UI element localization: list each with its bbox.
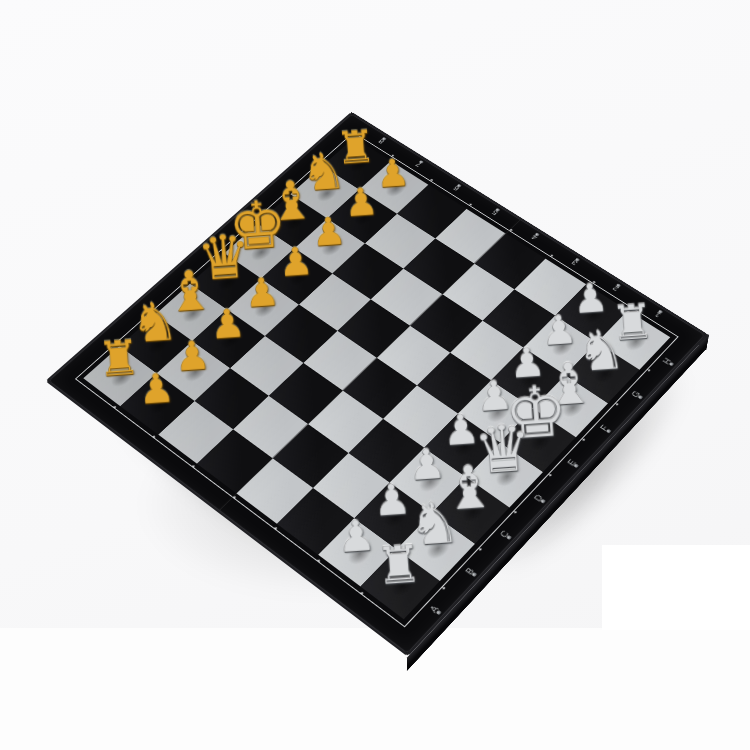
- product-photo: ♜♞♝♛♚♝♞♜♟♟♟♟♟♟♟♟♟♟♟♟♟♟♟♟♜♞♝♛♚♝♞♜ ABCDEFG…: [0, 0, 750, 750]
- file-label-c: C: [499, 530, 511, 540]
- frame-rivet: [638, 395, 643, 399]
- file-label-h: H: [662, 357, 673, 366]
- boundary-line-dot: [441, 586, 446, 590]
- boundary-line-dot: [429, 178, 433, 181]
- boundary-line-dot: [614, 403, 618, 407]
- boundary-line-dot: [316, 559, 321, 563]
- file-label-f: F: [599, 424, 610, 433]
- boundary-line-dot: [646, 368, 650, 371]
- boundary-line-dot: [359, 592, 364, 596]
- file-label-d: D: [533, 493, 545, 503]
- boundary-line-dot: [151, 435, 155, 439]
- frame-rivet: [541, 499, 546, 503]
- boundary-line-dot: [477, 547, 482, 551]
- boundary-line-dot: [273, 527, 277, 531]
- file-label-b: B: [464, 567, 476, 577]
- file-label-e: E: [566, 458, 577, 467]
- boundary-line-dot: [112, 406, 116, 410]
- boundary-line-dot: [581, 438, 585, 442]
- boundary-line-dot: [513, 510, 517, 514]
- camera-tilt: ♜♞♝♛♚♝♞♜♟♟♟♟♟♟♟♟♟♟♟♟♟♟♟♟♜♞♝♛♚♝♞♜ ABCDEFG…: [0, 0, 750, 750]
- boundary-line-dot: [468, 203, 472, 206]
- file-label-g: G: [630, 390, 642, 399]
- frame-rivet: [436, 610, 441, 615]
- frame-rivet: [606, 429, 611, 433]
- frame-rivet: [574, 464, 579, 468]
- frame-rivet: [669, 362, 674, 366]
- boundary-line-dot: [191, 465, 195, 469]
- chess-board: ♜♞♝♛♚♝♞♜♟♟♟♟♟♟♟♟♟♟♟♟♟♟♟♟♜♞♝♛♚♝♞♜ ABCDEFG…: [45, 112, 708, 657]
- boundary-line-dot: [550, 254, 554, 257]
- perspective-scene: ♜♞♝♛♚♝♞♜♟♟♟♟♟♟♟♟♟♟♟♟♟♟♟♟♜♞♝♛♚♝♞♜ ABCDEFG…: [0, 0, 750, 750]
- boundary-line-dot: [547, 473, 551, 477]
- frame-rivet: [472, 572, 477, 577]
- frame-rivet: [507, 535, 512, 540]
- file-label-a: A: [429, 604, 441, 614]
